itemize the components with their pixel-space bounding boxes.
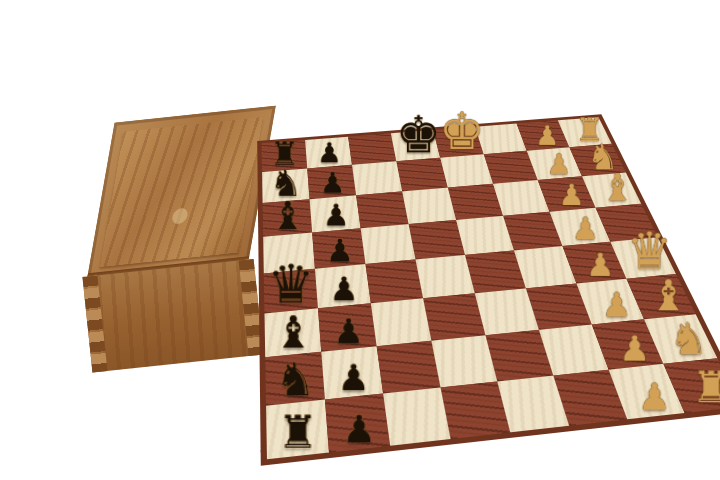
piece-wP-d2: ♟ xyxy=(575,249,626,281)
square-f5 xyxy=(402,188,456,224)
piece-bP-h7: ♟ xyxy=(307,139,352,167)
piece-wQ-d1: ♛ xyxy=(624,226,675,277)
square-e7: ♟ xyxy=(312,228,365,268)
box-finger-joint-left xyxy=(82,275,107,372)
square-f2: ♟ xyxy=(538,176,596,211)
square-c8: ♝ xyxy=(264,308,321,357)
piece-bB-c8: ♝ xyxy=(265,310,321,355)
piece-bP-f7: ♟ xyxy=(312,200,360,230)
square-d3 xyxy=(514,246,576,288)
piece-wB-c1: ♝ xyxy=(642,274,695,317)
piece-bP-c7: ♟ xyxy=(321,314,376,348)
piece-wP-h2: ♟ xyxy=(526,122,570,149)
square-a7: ♟ xyxy=(325,393,390,452)
square-d4 xyxy=(465,251,526,294)
square-h6 xyxy=(348,133,396,164)
square-d7: ♟ xyxy=(315,264,371,308)
square-g7: ♟ xyxy=(307,165,356,199)
square-f7: ♟ xyxy=(310,195,361,232)
piece-bN-b8: ♞ xyxy=(266,357,324,403)
square-a8: ♜ xyxy=(266,400,329,460)
square-f6 xyxy=(356,191,408,228)
piece-wP-g2: ♟ xyxy=(536,150,581,178)
square-b7: ♟ xyxy=(321,346,383,399)
piece-bK-h5: ♚ xyxy=(395,109,439,160)
piece-wB-f1: ♝ xyxy=(594,168,641,206)
square-h5: ♚ xyxy=(391,130,440,161)
piece-wP-b2: ♟ xyxy=(607,331,663,366)
piece-wP-f2: ♟ xyxy=(548,180,595,209)
piece-bP-d7: ♟ xyxy=(318,273,371,306)
square-b8: ♞ xyxy=(265,352,325,406)
piece-wP-a2: ♟ xyxy=(625,379,684,416)
piece-wP-e2: ♟ xyxy=(561,213,610,244)
piece-wP-c2: ♟ xyxy=(590,288,644,321)
square-d6 xyxy=(365,260,423,304)
square-e6 xyxy=(361,224,416,264)
square-e5 xyxy=(409,220,465,260)
piece-bP-e7: ♟ xyxy=(315,235,366,266)
piece-bP-g7: ♟ xyxy=(309,168,355,197)
piece-bP-a7: ♟ xyxy=(329,410,390,448)
square-f8: ♝ xyxy=(263,199,313,237)
square-g3 xyxy=(484,151,538,184)
square-c5 xyxy=(423,293,485,340)
square-h2: ♟ xyxy=(517,120,570,150)
square-a6 xyxy=(383,387,451,445)
square-c7: ♟ xyxy=(318,303,377,351)
piece-wN-b1: ♞ xyxy=(661,317,717,361)
square-g2: ♟ xyxy=(527,147,582,180)
piece-bB-f8: ♝ xyxy=(263,196,312,235)
square-h7: ♟ xyxy=(305,137,352,169)
piece-bR-a8: ♜ xyxy=(267,410,329,456)
square-g6 xyxy=(352,161,402,195)
piece-bQ-d8: ♛ xyxy=(265,258,318,311)
chessboard-scene: ♜♟♚♚♟♜♞♟♟♞♝♟♟♝♟♟♛♟♟♛♝♟♟♝♞♟♟♞♜♟♟♜ xyxy=(212,22,720,480)
square-b6 xyxy=(377,341,441,394)
chessboard: ♜♟♚♚♟♜♞♟♟♞♝♟♟♝♟♟♛♟♟♛♝♟♟♝♞♟♟♞♜♟♟♜ xyxy=(257,114,720,465)
piece-wK-h4: ♚ xyxy=(439,106,483,157)
square-g5 xyxy=(396,158,448,192)
piece-wR-a1: ♜ xyxy=(682,366,720,410)
piece-bP-b7: ♟ xyxy=(325,360,383,396)
square-e4 xyxy=(456,216,514,255)
square-c6 xyxy=(371,298,432,346)
